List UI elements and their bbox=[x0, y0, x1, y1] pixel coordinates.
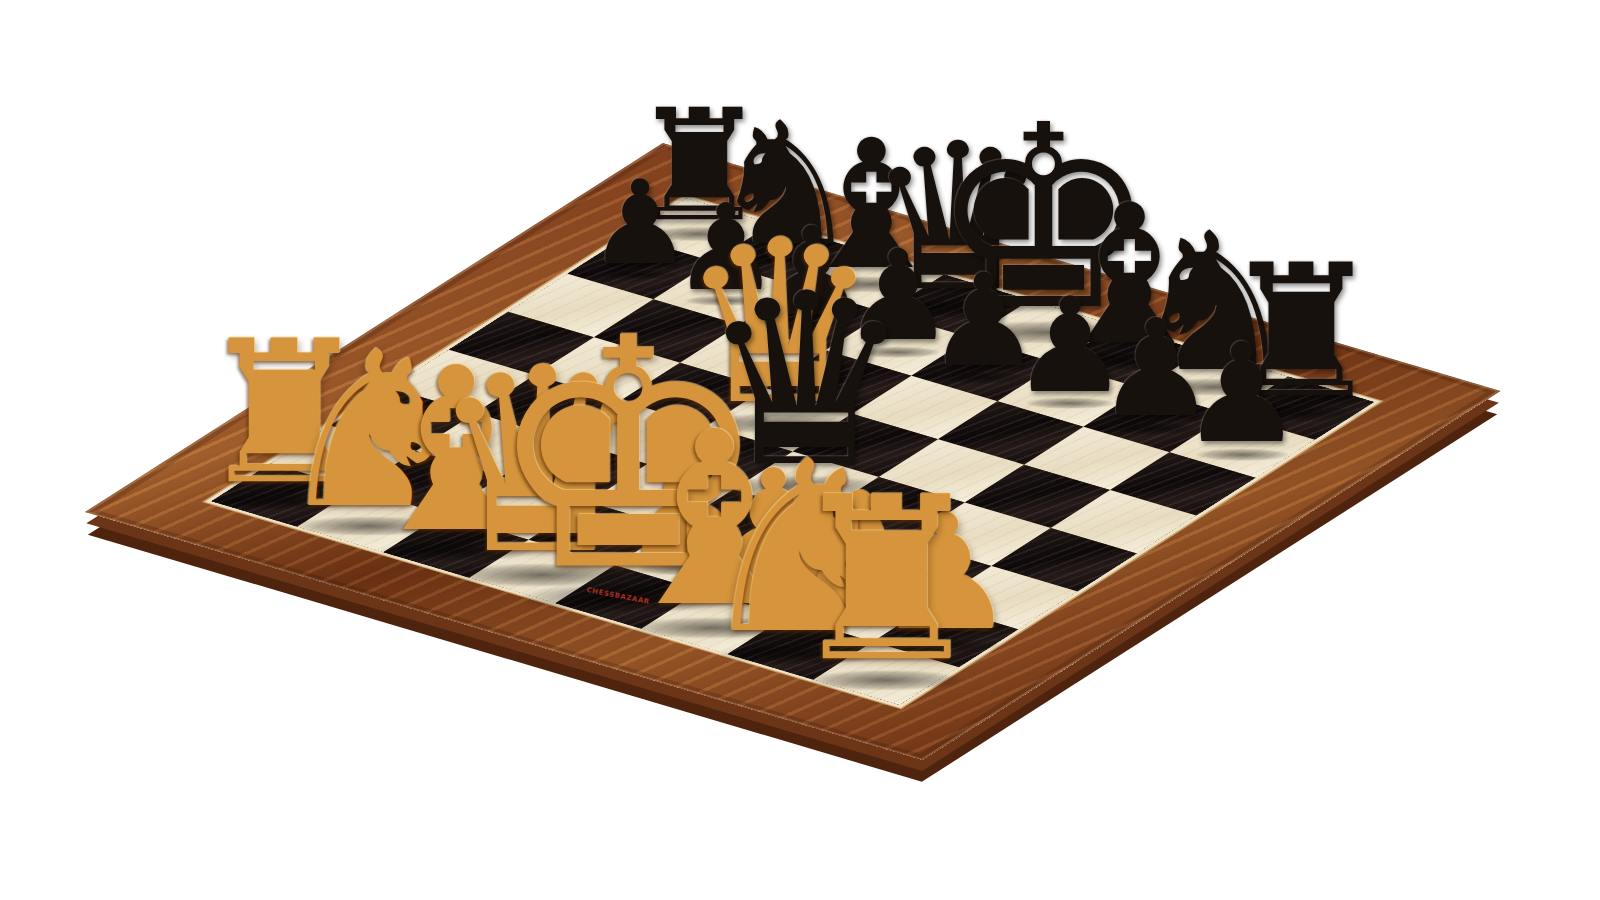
chess-product-photo: ♜♞♝♛♚♝♞♜♟♟♟♟♛♛♟♟♟♟♟♟♟♟♜♞♝♛♚♝♞♜ CHESSBAZA… bbox=[0, 0, 1600, 900]
piece-black-pawn-h7[interactable]: ♟ bbox=[1181, 325, 1304, 462]
piece-white-rook-h1[interactable]: ♜ bbox=[785, 467, 987, 693]
